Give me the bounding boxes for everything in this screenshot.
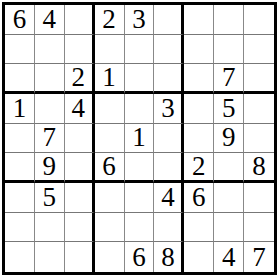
cell-r9c5[interactable]: 6 (125, 242, 155, 272)
cell-r5c1[interactable] (5, 124, 35, 154)
cell-r1c5[interactable]: 3 (125, 5, 155, 35)
cell-r6c5[interactable] (125, 153, 155, 183)
cell-r5c3[interactable] (65, 124, 95, 154)
cell-r4c7[interactable] (184, 94, 214, 124)
cell-r1c8[interactable] (214, 5, 244, 35)
cell-r9c6[interactable]: 8 (154, 242, 184, 272)
cell-r9c3[interactable] (65, 242, 95, 272)
cell-r6c8[interactable] (214, 153, 244, 183)
cell-r5c6[interactable] (154, 124, 184, 154)
cell-r5c7[interactable] (184, 124, 214, 154)
cell-r3c7[interactable] (184, 64, 214, 94)
cell-r9c9[interactable]: 7 (244, 242, 274, 272)
cell-r8c6[interactable] (154, 213, 184, 243)
cell-r6c9[interactable]: 8 (244, 153, 274, 183)
cell-r8c7[interactable] (184, 213, 214, 243)
cell-r6c4[interactable]: 6 (95, 153, 125, 183)
cell-r4c9[interactable] (244, 94, 274, 124)
cell-r2c9[interactable] (244, 35, 274, 65)
cell-r8c9[interactable] (244, 213, 274, 243)
cell-r8c5[interactable] (125, 213, 155, 243)
cell-r6c7[interactable]: 2 (184, 153, 214, 183)
cell-r8c4[interactable] (95, 213, 125, 243)
cell-r3c3[interactable]: 2 (65, 64, 95, 94)
cell-r4c6[interactable]: 3 (154, 94, 184, 124)
cell-r7c9[interactable] (244, 183, 274, 213)
cell-r8c2[interactable] (35, 213, 65, 243)
cell-r6c6[interactable] (154, 153, 184, 183)
cell-r3c2[interactable] (35, 64, 65, 94)
cell-r3c4[interactable]: 1 (95, 64, 125, 94)
cell-r5c5[interactable]: 1 (125, 124, 155, 154)
cell-r1c1[interactable]: 6 (5, 5, 35, 35)
cell-r7c4[interactable] (95, 183, 125, 213)
cell-r2c6[interactable] (154, 35, 184, 65)
cell-r7c1[interactable] (5, 183, 35, 213)
cell-r9c8[interactable]: 4 (214, 242, 244, 272)
cell-r4c2[interactable] (35, 94, 65, 124)
cell-r3c1[interactable] (5, 64, 35, 94)
cell-r2c7[interactable] (184, 35, 214, 65)
cell-r3c9[interactable] (244, 64, 274, 94)
cell-r2c4[interactable] (95, 35, 125, 65)
cell-r4c3[interactable]: 4 (65, 94, 95, 124)
cell-r1c3[interactable] (65, 5, 95, 35)
cell-r8c1[interactable] (5, 213, 35, 243)
cell-r3c6[interactable] (154, 64, 184, 94)
cell-r7c5[interactable] (125, 183, 155, 213)
cell-r9c4[interactable] (95, 242, 125, 272)
cell-r6c1[interactable] (5, 153, 35, 183)
cell-r9c2[interactable] (35, 242, 65, 272)
cell-r8c8[interactable] (214, 213, 244, 243)
cell-r5c4[interactable] (95, 124, 125, 154)
cell-r4c8[interactable]: 5 (214, 94, 244, 124)
cell-r3c5[interactable] (125, 64, 155, 94)
cell-r7c2[interactable]: 5 (35, 183, 65, 213)
cell-r1c4[interactable]: 2 (95, 5, 125, 35)
cell-r1c9[interactable] (244, 5, 274, 35)
cell-r6c3[interactable] (65, 153, 95, 183)
cell-r5c8[interactable]: 9 (214, 124, 244, 154)
cell-r5c9[interactable] (244, 124, 274, 154)
cell-r7c7[interactable]: 6 (184, 183, 214, 213)
cell-r2c8[interactable] (214, 35, 244, 65)
cell-r2c1[interactable] (5, 35, 35, 65)
cell-r7c6[interactable]: 4 (154, 183, 184, 213)
cell-r3c8[interactable]: 7 (214, 64, 244, 94)
cell-r1c7[interactable] (184, 5, 214, 35)
cell-r4c4[interactable] (95, 94, 125, 124)
sudoku-board: 6423217143571996285466847 (2, 2, 277, 275)
cell-r9c7[interactable] (184, 242, 214, 272)
cell-r2c5[interactable] (125, 35, 155, 65)
cell-r4c5[interactable] (125, 94, 155, 124)
cell-r9c1[interactable] (5, 242, 35, 272)
cell-r1c2[interactable]: 4 (35, 5, 65, 35)
cell-r7c8[interactable] (214, 183, 244, 213)
cell-r1c6[interactable] (154, 5, 184, 35)
cell-r2c3[interactable] (65, 35, 95, 65)
cell-r2c2[interactable] (35, 35, 65, 65)
cell-r8c3[interactable] (65, 213, 95, 243)
cell-r7c3[interactable] (65, 183, 95, 213)
cell-r4c1[interactable]: 1 (5, 94, 35, 124)
cell-r6c2[interactable]: 9 (35, 153, 65, 183)
cell-r5c2[interactable]: 7 (35, 124, 65, 154)
